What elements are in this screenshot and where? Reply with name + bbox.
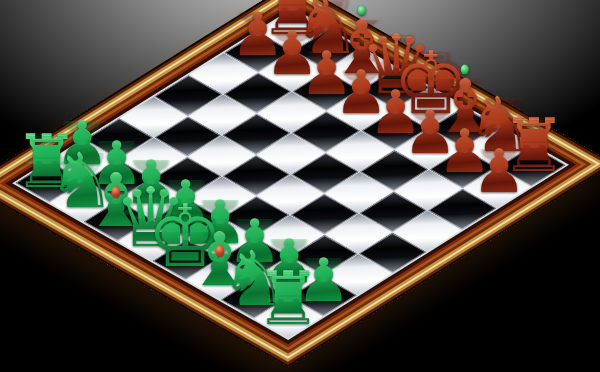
rook-glyph: ♜ (255, 262, 321, 336)
piece-green-rook-h1[interactable]: ♜♜ (255, 262, 321, 336)
pawn-glyph: ♟ (472, 141, 526, 201)
piece-red-pawn-h7[interactable]: ♟♟ (472, 141, 526, 201)
scene: ♜♜♞♞♟♟♝♝♟♟♛♛♟♟♚♚♟♟♝♝♟♟♞♞♟♟♟♟♜♜♟♟♟♟♜♜♟♟♟♟… (0, 0, 600, 372)
pieces-layer: ♜♜♞♞♟♟♝♝♟♟♛♛♟♟♚♚♟♟♝♝♟♟♞♞♟♟♟♟♜♜♟♟♟♟♜♜♟♟♟♟… (0, 0, 600, 372)
